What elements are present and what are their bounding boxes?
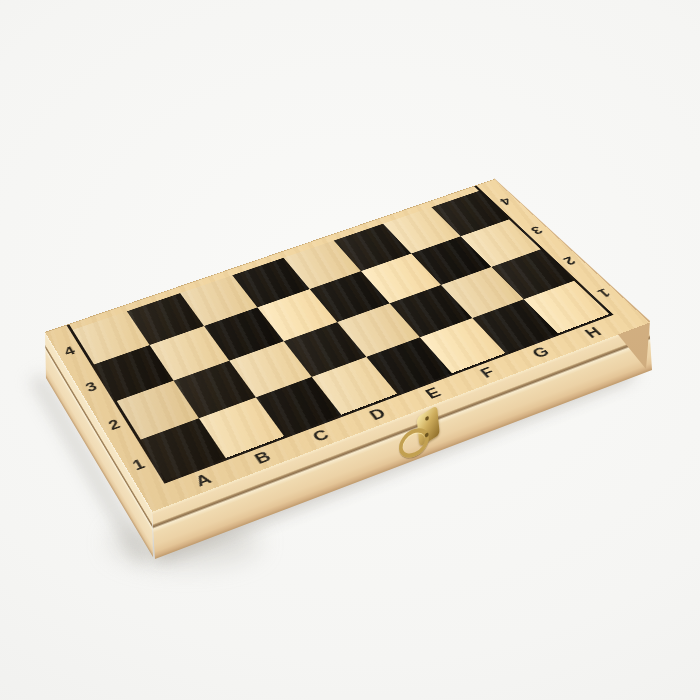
clasp-loop-icon <box>398 423 430 462</box>
chess-box-product-photo: ABCDEFGH 4321 4321 <box>0 0 700 700</box>
